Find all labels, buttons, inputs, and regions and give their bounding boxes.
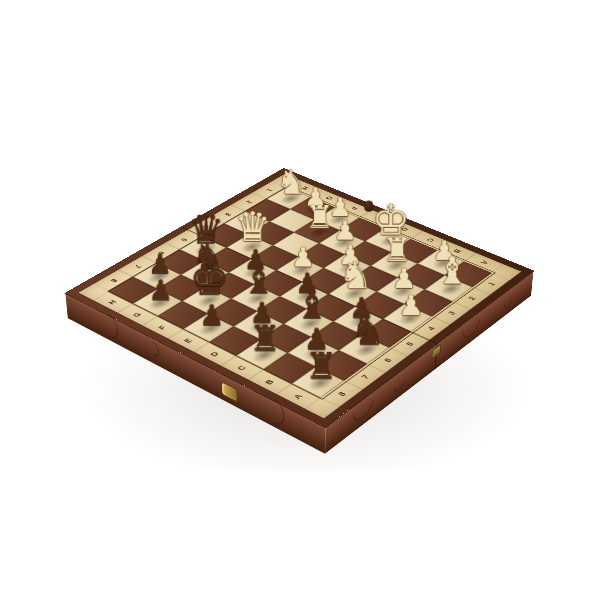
carving-decoration [503, 297, 513, 310]
product-photo-scene: HGFEDCBA8765432187654321HGFEDCBA ♞♟♟♜♚♟♛… [0, 0, 600, 600]
brass-latch [222, 383, 237, 402]
carving-decoration [394, 380, 405, 395]
black-R-glyph: ♜ [289, 348, 355, 384]
carving-decoration [152, 341, 159, 358]
black-P-glyph: ♟ [130, 276, 191, 304]
